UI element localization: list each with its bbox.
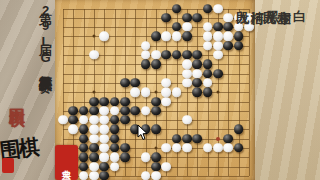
black-stone xyxy=(151,153,161,162)
white-stone xyxy=(213,143,223,152)
white-stone xyxy=(203,32,213,41)
black-stone xyxy=(192,60,202,69)
black-stone xyxy=(120,143,130,152)
black-stone xyxy=(89,97,99,106)
black-stone xyxy=(223,41,233,50)
black-stone xyxy=(120,115,130,124)
black-stone xyxy=(151,60,161,69)
black-stone xyxy=(161,13,171,22)
black-stone xyxy=(130,78,140,87)
black-color-label: 黑 xyxy=(265,0,280,180)
white-stone xyxy=(182,78,192,87)
black-stone xyxy=(192,13,202,22)
white-stone xyxy=(182,115,192,124)
white-stone xyxy=(99,115,109,124)
black-stone xyxy=(182,134,192,143)
white-stone xyxy=(203,78,213,87)
black-stone xyxy=(151,32,161,41)
star-point xyxy=(92,91,95,94)
black-player-name: 柯洁 xyxy=(250,0,265,180)
black-stone xyxy=(68,115,78,124)
black-stone xyxy=(172,22,182,31)
black-stone xyxy=(203,69,213,78)
black-stone xyxy=(151,97,161,106)
black-stone xyxy=(213,22,223,31)
black-stone xyxy=(120,153,130,162)
star-point xyxy=(154,91,157,94)
black-stone xyxy=(192,50,202,59)
white-stone xyxy=(99,106,109,115)
logo-outline-text: 围棋 xyxy=(6,96,27,100)
black-stone xyxy=(79,125,89,134)
black-stone xyxy=(110,125,120,134)
black-stone xyxy=(79,143,89,152)
mouse-cursor-icon xyxy=(137,125,148,141)
white-stone xyxy=(89,50,99,59)
black-stone xyxy=(79,106,89,115)
white-stone xyxy=(151,50,161,59)
black-stone xyxy=(79,153,89,162)
black-stone xyxy=(120,106,130,115)
white-stone xyxy=(99,153,109,162)
white-stone xyxy=(203,22,213,31)
black-stone xyxy=(99,97,109,106)
event-title-panel: 围棋 围棋 第29届LG杯世界棋王战决赛 xyxy=(0,0,56,180)
black-stone xyxy=(192,78,202,87)
black-stone xyxy=(182,32,192,41)
white-stone xyxy=(161,32,171,41)
black-stone xyxy=(130,106,140,115)
black-stone xyxy=(172,4,182,13)
white-stone xyxy=(223,32,233,41)
white-stone xyxy=(172,143,182,152)
black-stone xyxy=(203,87,213,96)
white-stone xyxy=(151,171,161,180)
white-stone xyxy=(89,125,99,134)
black-stone xyxy=(172,50,182,59)
star-point xyxy=(92,35,95,38)
black-stone xyxy=(110,134,120,143)
black-stone xyxy=(79,134,89,143)
black-player-column: 黑柯洁九段 xyxy=(235,0,280,180)
black-stone xyxy=(120,78,130,87)
white-stone xyxy=(99,125,109,134)
white-stone xyxy=(79,115,89,124)
white-stone xyxy=(192,69,202,78)
event-title: 第29届LG杯世界棋王战决赛 xyxy=(37,2,53,178)
white-stone xyxy=(161,97,171,106)
black-stone xyxy=(213,69,223,78)
white-stone xyxy=(68,125,78,134)
black-stone xyxy=(223,22,233,31)
white-stone xyxy=(110,153,120,162)
white-stone xyxy=(130,87,140,96)
white-stone xyxy=(99,143,109,152)
white-stone xyxy=(161,87,171,96)
black-stone xyxy=(110,115,120,124)
white-stone xyxy=(161,143,171,152)
white-stone xyxy=(58,115,68,124)
logo-mini-seal xyxy=(2,158,14,173)
white-stone xyxy=(213,41,223,50)
black-stone xyxy=(68,106,78,115)
black-stone xyxy=(89,143,99,152)
white-stone xyxy=(99,32,109,41)
white-stone xyxy=(182,22,192,31)
white-stone xyxy=(141,171,151,180)
white-stone xyxy=(79,171,89,180)
white-stone xyxy=(182,60,192,69)
white-stone xyxy=(223,13,233,22)
app-seal-logo: 宝典 xyxy=(55,145,78,180)
black-player-rank: 九段 xyxy=(235,0,250,180)
black-stone xyxy=(151,106,161,115)
white-stone xyxy=(89,171,99,180)
black-stone xyxy=(161,50,171,59)
white-stone xyxy=(110,106,120,115)
white-stone xyxy=(213,32,223,41)
white-stone xyxy=(213,50,223,59)
white-stone xyxy=(99,134,109,143)
white-stone xyxy=(141,50,151,59)
black-stone xyxy=(120,97,130,106)
white-stone xyxy=(182,143,192,152)
black-stone xyxy=(172,134,182,143)
black-stone xyxy=(182,50,192,59)
black-stone xyxy=(89,153,99,162)
black-stone xyxy=(99,162,109,171)
white-stone xyxy=(89,162,99,171)
white-stone xyxy=(161,78,171,87)
white-stone xyxy=(172,32,182,41)
white-stone xyxy=(141,41,151,50)
player-info-panel: 白卞相壹九段 黑柯洁九段 xyxy=(255,0,320,180)
white-stone xyxy=(141,87,151,96)
white-stone xyxy=(182,69,192,78)
white-stone xyxy=(89,115,99,124)
white-stone xyxy=(141,106,151,115)
white-stone xyxy=(203,143,213,152)
move-marker-dot xyxy=(216,137,220,141)
black-stone xyxy=(203,4,213,13)
white-stone xyxy=(110,162,120,171)
black-stone xyxy=(192,87,202,96)
go-board[interactable] xyxy=(55,0,255,180)
white-stone xyxy=(89,134,99,143)
black-stone xyxy=(182,13,192,22)
black-stone xyxy=(203,60,213,69)
star-point xyxy=(154,147,157,150)
white-stone xyxy=(213,4,223,13)
black-stone xyxy=(141,60,151,69)
white-stone xyxy=(172,87,182,96)
black-stone xyxy=(99,171,109,180)
white-color-label: 白 xyxy=(292,0,307,180)
white-stone xyxy=(203,41,213,50)
white-stone xyxy=(161,162,171,171)
white-stone xyxy=(141,153,151,162)
black-stone xyxy=(151,125,161,134)
screenshot-root: { "game": "go", "app_context": "Go broad… xyxy=(0,0,320,180)
black-stone xyxy=(151,162,161,171)
white-stone xyxy=(223,143,233,152)
black-stone xyxy=(110,97,120,106)
black-stone xyxy=(223,134,233,143)
black-stone xyxy=(110,143,120,152)
star-point xyxy=(216,91,219,94)
black-stone xyxy=(192,134,202,143)
black-stone xyxy=(79,162,89,171)
black-stone xyxy=(89,106,99,115)
